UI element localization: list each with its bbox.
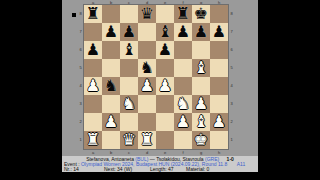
rank-labels-right: 87654321 bbox=[229, 5, 234, 149]
square-e8 bbox=[156, 5, 174, 23]
rank-label-5: 5 bbox=[229, 59, 234, 77]
rank-label-5: 5 bbox=[78, 59, 83, 77]
square-a5 bbox=[84, 59, 102, 77]
white-pawn-piece: ♟ bbox=[102, 113, 120, 131]
rank-label-6: 6 bbox=[78, 41, 83, 59]
game-length: Length: 47 bbox=[150, 167, 186, 172]
rank-label-1: 1 bbox=[229, 131, 234, 149]
square-e7: ♝ bbox=[156, 23, 174, 41]
chess-board: ♜♛♜♚♟♟♝♟♟♟♟♝♟♞♝♟♞♟♟♞♞♟♟♟♝♟♜♛♜♚ bbox=[84, 5, 228, 149]
black-pawn-piece: ♟ bbox=[156, 41, 174, 59]
file-label-f: f bbox=[174, 150, 192, 155]
square-f8: ♜ bbox=[174, 5, 192, 23]
white-bishop-piece: ♝ bbox=[192, 113, 210, 131]
square-c6: ♝ bbox=[120, 41, 138, 59]
white-pawn-piece: ♟ bbox=[84, 77, 102, 95]
rank-label-8: 8 bbox=[78, 5, 83, 23]
rank-label-6: 6 bbox=[229, 41, 234, 59]
white-bishop-piece: ♝ bbox=[192, 59, 210, 77]
white-pawn-piece: ♟ bbox=[174, 113, 192, 131]
rank-label-2: 2 bbox=[229, 113, 234, 131]
video-frame: abcdefgh abcdefgh 87654321 87654321 ♜♛♜♚… bbox=[0, 0, 320, 180]
square-h8 bbox=[210, 5, 228, 23]
square-b3 bbox=[102, 95, 120, 113]
square-d2 bbox=[138, 113, 156, 131]
square-g3: ♟ bbox=[192, 95, 210, 113]
square-h3 bbox=[210, 95, 228, 113]
black-pawn-piece: ♟ bbox=[102, 23, 120, 41]
square-b4: ♞ bbox=[102, 77, 120, 95]
square-d5: ♞ bbox=[138, 59, 156, 77]
square-e4: ♟ bbox=[156, 77, 174, 95]
black-queen-piece: ♛ bbox=[138, 5, 156, 23]
square-a2 bbox=[84, 113, 102, 131]
rank-label-1: 1 bbox=[78, 131, 83, 149]
square-a4: ♟ bbox=[84, 77, 102, 95]
square-h7: ♟ bbox=[210, 23, 228, 41]
rank-label-7: 7 bbox=[229, 23, 234, 41]
white-rook-piece: ♜ bbox=[138, 131, 156, 149]
square-c2 bbox=[120, 113, 138, 131]
square-f2: ♟ bbox=[174, 113, 192, 131]
square-f5 bbox=[174, 59, 192, 77]
square-f1 bbox=[174, 131, 192, 149]
game-number: Nr.: 14 bbox=[64, 167, 104, 172]
square-e3 bbox=[156, 95, 174, 113]
eco-code: A11 bbox=[237, 162, 246, 167]
square-b7: ♟ bbox=[102, 23, 120, 41]
square-d8: ♛ bbox=[138, 5, 156, 23]
square-c1: ♛ bbox=[120, 131, 138, 149]
square-c7: ♟ bbox=[120, 23, 138, 41]
black-to-move-indicator bbox=[72, 13, 76, 17]
black-rook-piece: ♜ bbox=[84, 5, 102, 23]
rank-labels-left: 87654321 bbox=[78, 5, 83, 149]
white-rook-piece: ♜ bbox=[84, 131, 102, 149]
square-g8: ♚ bbox=[192, 5, 210, 23]
black-pawn-piece: ♟ bbox=[84, 41, 102, 59]
black-pawn-piece: ♟ bbox=[174, 23, 192, 41]
square-f3: ♞ bbox=[174, 95, 192, 113]
black-bishop-piece: ♝ bbox=[120, 41, 138, 59]
white-pawn-piece: ♟ bbox=[156, 77, 174, 95]
square-d6 bbox=[138, 41, 156, 59]
square-e1 bbox=[156, 131, 174, 149]
stats-line: Nr.: 14 Next: 34 (W) Length: 47 Material… bbox=[62, 167, 258, 172]
square-a3 bbox=[84, 95, 102, 113]
square-b8 bbox=[102, 5, 120, 23]
rank-label-2: 2 bbox=[78, 113, 83, 131]
square-e6: ♟ bbox=[156, 41, 174, 59]
square-b5 bbox=[102, 59, 120, 77]
square-h4 bbox=[210, 77, 228, 95]
black-bishop-piece: ♝ bbox=[156, 23, 174, 41]
square-e2 bbox=[156, 113, 174, 131]
square-h6 bbox=[210, 41, 228, 59]
square-g7: ♟ bbox=[192, 23, 210, 41]
square-c4 bbox=[120, 77, 138, 95]
white-pawn-piece: ♟ bbox=[210, 113, 228, 131]
black-king-piece: ♚ bbox=[192, 5, 210, 23]
black-pawn-piece: ♟ bbox=[120, 23, 138, 41]
square-h1 bbox=[210, 131, 228, 149]
black-pawn-piece: ♟ bbox=[210, 23, 228, 41]
rank-label-3: 3 bbox=[78, 95, 83, 113]
file-label-h: h bbox=[210, 150, 228, 155]
square-d7 bbox=[138, 23, 156, 41]
white-king-piece: ♚ bbox=[192, 131, 210, 149]
white-knight-piece: ♞ bbox=[120, 95, 138, 113]
file-labels-bottom: abcdefgh bbox=[84, 150, 228, 155]
black-pawn-piece: ♟ bbox=[192, 23, 210, 41]
square-c8 bbox=[120, 5, 138, 23]
file-label-e: e bbox=[156, 150, 174, 155]
white-queen-piece: ♛ bbox=[120, 131, 138, 149]
square-d4: ♟ bbox=[138, 77, 156, 95]
square-g1: ♚ bbox=[192, 131, 210, 149]
square-a8: ♜ bbox=[84, 5, 102, 23]
square-g5: ♝ bbox=[192, 59, 210, 77]
caption-bar: Stefanova, Antoaneta (BUL) — Tsolakidou,… bbox=[62, 156, 258, 172]
file-label-b: b bbox=[102, 150, 120, 155]
white-knight-piece: ♞ bbox=[174, 95, 192, 113]
white-pawn-piece: ♟ bbox=[138, 77, 156, 95]
square-f4 bbox=[174, 77, 192, 95]
square-c3: ♞ bbox=[120, 95, 138, 113]
square-h2: ♟ bbox=[210, 113, 228, 131]
square-a1: ♜ bbox=[84, 131, 102, 149]
square-g4 bbox=[192, 77, 210, 95]
square-b6 bbox=[102, 41, 120, 59]
square-b1 bbox=[102, 131, 120, 149]
square-g2: ♝ bbox=[192, 113, 210, 131]
square-h5 bbox=[210, 59, 228, 77]
square-f6 bbox=[174, 41, 192, 59]
square-a6: ♟ bbox=[84, 41, 102, 59]
rank-label-8: 8 bbox=[229, 5, 234, 23]
file-label-c: c bbox=[120, 150, 138, 155]
next-move: Next: 34 (W) bbox=[104, 167, 150, 172]
square-d3 bbox=[138, 95, 156, 113]
square-c5 bbox=[120, 59, 138, 77]
square-f7: ♟ bbox=[174, 23, 192, 41]
file-label-g: g bbox=[192, 150, 210, 155]
rank-label-4: 4 bbox=[229, 77, 234, 95]
file-label-a: a bbox=[84, 150, 102, 155]
black-rook-piece: ♜ bbox=[174, 5, 192, 23]
rank-label-4: 4 bbox=[78, 77, 83, 95]
material-balance: Material: 0 bbox=[186, 167, 209, 172]
white-pawn-piece: ♟ bbox=[192, 95, 210, 113]
black-knight-piece: ♞ bbox=[138, 59, 156, 77]
board-panel: abcdefgh abcdefgh 87654321 87654321 ♜♛♜♚… bbox=[62, 0, 258, 156]
square-a7 bbox=[84, 23, 102, 41]
square-d1: ♜ bbox=[138, 131, 156, 149]
square-b2: ♟ bbox=[102, 113, 120, 131]
file-label-d: d bbox=[138, 150, 156, 155]
rank-label-7: 7 bbox=[78, 23, 83, 41]
black-knight-piece: ♞ bbox=[102, 77, 120, 95]
square-e5 bbox=[156, 59, 174, 77]
rank-label-3: 3 bbox=[229, 95, 234, 113]
square-g6 bbox=[192, 41, 210, 59]
